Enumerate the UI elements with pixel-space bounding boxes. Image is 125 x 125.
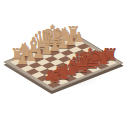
chess-set-photo: ♜♞♝♛♚♝♞♜♟♟♟♟♟♟♟♟♟♟♟♟♟♟♟♟♜♞♝♛♚♝♞♜ (0, 0, 125, 125)
